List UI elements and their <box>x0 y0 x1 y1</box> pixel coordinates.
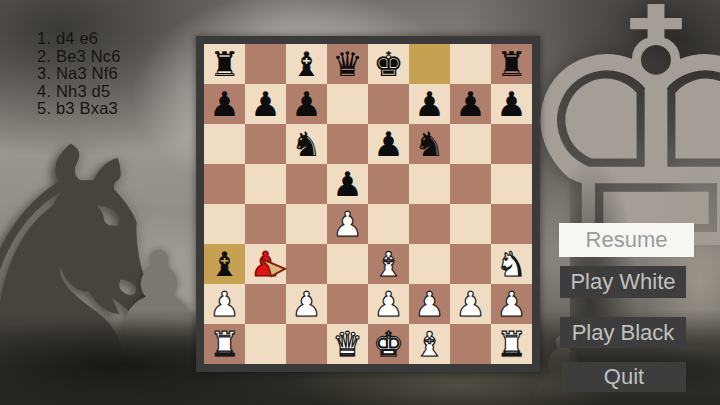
white-rook-a1: ♜ <box>204 324 245 364</box>
square-c7[interactable]: ♟ <box>286 84 327 124</box>
square-h1[interactable]: ♜ <box>491 324 532 364</box>
move-line: 3. Na3 Nf6 <box>37 65 121 83</box>
square-g6[interactable] <box>450 124 491 164</box>
square-e5[interactable] <box>368 164 409 204</box>
square-c2[interactable]: ♟ <box>286 284 327 324</box>
white-king-e1: ♚ <box>368 324 409 364</box>
square-c8[interactable]: ♝ <box>286 44 327 84</box>
square-b3[interactable]: ♟ <box>245 244 286 284</box>
square-h8[interactable]: ♜ <box>491 44 532 84</box>
square-h4[interactable] <box>491 204 532 244</box>
black-pawn-b7: ♟ <box>245 84 286 124</box>
square-h2[interactable]: ♟ <box>491 284 532 324</box>
move-line: 2. Be3 Nc6 <box>37 48 121 66</box>
square-h5[interactable] <box>491 164 532 204</box>
square-f1[interactable]: ♝ <box>409 324 450 364</box>
square-g8[interactable] <box>450 44 491 84</box>
black-pawn-g7: ♟ <box>450 84 491 124</box>
white-pawn-h2: ♟ <box>491 284 532 324</box>
square-a8[interactable]: ♜ <box>204 44 245 84</box>
black-pawn-e6: ♟ <box>368 124 409 164</box>
move-list: 1. d4 e62. Be3 Nc63. Na3 Nf64. Nh3 d55. … <box>37 30 121 118</box>
square-a1[interactable]: ♜ <box>204 324 245 364</box>
square-g1[interactable] <box>450 324 491 364</box>
square-b8[interactable] <box>245 44 286 84</box>
move-line: 5. b3 Bxa3 <box>37 100 121 118</box>
square-g3[interactable] <box>450 244 491 284</box>
square-d2[interactable] <box>327 284 368 324</box>
black-pawn-c7: ♟ <box>286 84 327 124</box>
game-screen: ♞ ♟ ♚ ♟ 1. d4 e62. Be3 Nc63. Na3 Nf64. N… <box>0 0 720 405</box>
square-f4[interactable] <box>409 204 450 244</box>
white-pawn-d4: ♟ <box>327 204 368 244</box>
black-pawn-h7: ♟ <box>491 84 532 124</box>
white-pawn-c2: ♟ <box>286 284 327 324</box>
square-d4[interactable]: ♟ <box>327 204 368 244</box>
square-h7[interactable]: ♟ <box>491 84 532 124</box>
square-f5[interactable] <box>409 164 450 204</box>
square-a6[interactable] <box>204 124 245 164</box>
square-d1[interactable]: ♛ <box>327 324 368 364</box>
square-a5[interactable] <box>204 164 245 204</box>
square-b6[interactable] <box>245 124 286 164</box>
square-d3[interactable] <box>327 244 368 284</box>
black-rook-h8: ♜ <box>491 44 532 84</box>
black-bishop-c8: ♝ <box>286 44 327 84</box>
black-knight-f6: ♞ <box>409 124 450 164</box>
square-d7[interactable] <box>327 84 368 124</box>
square-b7[interactable]: ♟ <box>245 84 286 124</box>
square-h6[interactable] <box>491 124 532 164</box>
black-king-e8: ♚ <box>368 44 409 84</box>
square-a3[interactable]: ♝ <box>204 244 245 284</box>
square-c4[interactable] <box>286 204 327 244</box>
move-line: 1. d4 e6 <box>37 30 121 48</box>
square-f3[interactable] <box>409 244 450 284</box>
square-d6[interactable] <box>327 124 368 164</box>
square-e4[interactable] <box>368 204 409 244</box>
square-d5[interactable]: ♟ <box>327 164 368 204</box>
square-f2[interactable]: ♟ <box>409 284 450 324</box>
play-black-button[interactable]: Play Black <box>560 317 686 348</box>
white-rook-h1: ♜ <box>491 324 532 364</box>
square-a4[interactable] <box>204 204 245 244</box>
quit-button[interactable]: Quit <box>562 362 686 392</box>
square-b5[interactable] <box>245 164 286 204</box>
black-queen-d8: ♛ <box>327 44 368 84</box>
square-a7[interactable]: ♟ <box>204 84 245 124</box>
resume-button[interactable]: Resume <box>559 223 694 257</box>
square-e8[interactable]: ♚ <box>368 44 409 84</box>
square-h3[interactable]: ♞ <box>491 244 532 284</box>
square-g5[interactable] <box>450 164 491 204</box>
white-pawn-a2: ♟ <box>204 284 245 324</box>
black-bishop-a3: ♝ <box>204 244 245 284</box>
white-pawn-f2: ♟ <box>409 284 450 324</box>
square-a2[interactable]: ♟ <box>204 284 245 324</box>
square-c6[interactable]: ♞ <box>286 124 327 164</box>
square-b4[interactable] <box>245 204 286 244</box>
white-pawn-g2: ♟ <box>450 284 491 324</box>
move-line: 4. Nh3 d5 <box>37 83 121 101</box>
square-f7[interactable]: ♟ <box>409 84 450 124</box>
white-knight-h3: ♞ <box>491 244 532 284</box>
square-d8[interactable]: ♛ <box>327 44 368 84</box>
square-e7[interactable] <box>368 84 409 124</box>
square-b1[interactable] <box>245 324 286 364</box>
square-c3[interactable] <box>286 244 327 284</box>
white-bishop-f1: ♝ <box>409 324 450 364</box>
white-pawn-e2: ♟ <box>368 284 409 324</box>
chess-board: ♜♝♛♚♜♟♟♟♟♟♟♞♟♞♟♟♝♟♝♞♟♟♟♟♟♟♜♛♚♝♜ <box>196 36 540 372</box>
square-f6[interactable]: ♞ <box>409 124 450 164</box>
black-pawn-f7: ♟ <box>409 84 450 124</box>
square-b2[interactable] <box>245 284 286 324</box>
black-knight-c6: ♞ <box>286 124 327 164</box>
square-e6[interactable]: ♟ <box>368 124 409 164</box>
white-queen-d1: ♛ <box>327 324 368 364</box>
annotation-arrow-icon <box>260 255 288 279</box>
square-e2[interactable]: ♟ <box>368 284 409 324</box>
square-g4[interactable] <box>450 204 491 244</box>
square-g2[interactable]: ♟ <box>450 284 491 324</box>
play-white-button[interactable]: Play White <box>560 266 686 298</box>
square-g7[interactable]: ♟ <box>450 84 491 124</box>
square-f8[interactable] <box>409 44 450 84</box>
white-bishop-e3: ♝ <box>368 244 409 284</box>
square-c1[interactable] <box>286 324 327 364</box>
square-e3[interactable]: ♝ <box>368 244 409 284</box>
square-e1[interactable]: ♚ <box>368 324 409 364</box>
black-pawn-a7: ♟ <box>204 84 245 124</box>
black-pawn-d5: ♟ <box>327 164 368 204</box>
square-c5[interactable] <box>286 164 327 204</box>
black-rook-a8: ♜ <box>204 44 245 84</box>
